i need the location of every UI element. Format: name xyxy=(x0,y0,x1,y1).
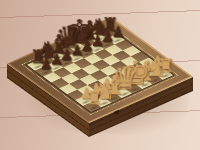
black-pawn[interactable]: ♟ xyxy=(20,57,73,72)
white-rook[interactable]: ♜ xyxy=(68,88,121,107)
square-a1[interactable]: ♜ xyxy=(83,101,101,111)
square-a7[interactable]: ♟ xyxy=(35,66,53,76)
chess-photo-scene: ♜♞♝♛♚♝♞♜♟♟♟♟♟♟♟♟♟♟♟♟♟♟♟♟♜♞♝♛♚♝♞♜ xyxy=(0,0,200,150)
